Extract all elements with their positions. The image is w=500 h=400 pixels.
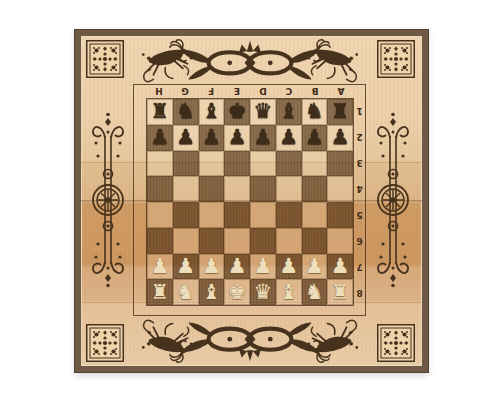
square-f1[interactable]: ♝ (199, 99, 225, 125)
bishop-light[interactable]: ♝ (202, 282, 221, 303)
square-e5[interactable] (224, 202, 250, 228)
square-e4[interactable] (224, 176, 250, 202)
square-g2[interactable]: ♟ (173, 125, 199, 151)
pawn-light[interactable]: ♟ (331, 256, 350, 277)
square-b6[interactable] (302, 228, 328, 254)
square-a1[interactable]: ♜ (327, 99, 353, 125)
pawn-dark[interactable]: ♟ (176, 127, 195, 148)
file-label: G (172, 85, 198, 97)
square-c3[interactable] (276, 151, 302, 177)
pawn-light[interactable]: ♟ (279, 256, 298, 277)
bishop-light[interactable]: ♝ (279, 282, 298, 303)
square-a3[interactable] (327, 151, 353, 177)
square-e3[interactable] (224, 151, 250, 177)
wheel-candelabra-icon (90, 112, 126, 288)
corner-rosette-icon (377, 324, 415, 362)
square-h8[interactable]: ♜ (147, 279, 173, 305)
square-g3[interactable] (173, 151, 199, 177)
pawn-dark[interactable]: ♟ (150, 127, 169, 148)
deer-scroll-band-icon (130, 38, 370, 84)
square-h4[interactable] (147, 176, 173, 202)
pawn-dark[interactable]: ♟ (202, 127, 221, 148)
square-b3[interactable] (302, 151, 328, 177)
square-h7[interactable]: ♟ (147, 254, 173, 280)
rank-label: 1 (353, 98, 366, 124)
square-g6[interactable] (173, 228, 199, 254)
pawn-dark[interactable]: ♟ (253, 127, 272, 148)
pawn-dark[interactable]: ♟ (331, 127, 350, 148)
square-b1[interactable]: ♞ (302, 99, 328, 125)
corner-rosette-icon (86, 40, 124, 78)
square-f8[interactable]: ♝ (199, 279, 225, 305)
pawn-dark[interactable]: ♟ (228, 127, 247, 148)
rank-label: 7 (353, 254, 366, 280)
corner-rosette-icon (86, 324, 124, 362)
product-photo: HGFEDCBA ♜♞♝♚♛♝♞♜♟♟♟♟♟♟♟♟♟♟♟♟♟♟♟♟♜♞♝♚♛♝♞… (0, 0, 500, 400)
square-c5[interactable] (276, 202, 302, 228)
square-c2[interactable]: ♟ (276, 125, 302, 151)
square-d5[interactable] (250, 202, 276, 228)
square-f4[interactable] (199, 176, 225, 202)
file-label: B (302, 85, 328, 97)
file-label: A (328, 85, 354, 97)
square-h2[interactable]: ♟ (147, 125, 173, 151)
queen-dark[interactable]: ♛ (253, 101, 272, 122)
file-label: C (276, 85, 302, 97)
queen-light[interactable]: ♛ (253, 282, 272, 303)
square-b2[interactable]: ♟ (302, 125, 328, 151)
square-g8[interactable]: ♞ (173, 279, 199, 305)
square-e1[interactable]: ♚ (224, 99, 250, 125)
square-c7[interactable]: ♟ (276, 254, 302, 280)
pawn-light[interactable]: ♟ (228, 256, 247, 277)
corner-rosette-icon (377, 40, 415, 78)
pawn-light[interactable]: ♟ (202, 256, 221, 277)
square-d4[interactable] (250, 176, 276, 202)
square-d2[interactable]: ♟ (250, 125, 276, 151)
pawn-light[interactable]: ♟ (150, 256, 169, 277)
rank-label: 4 (353, 176, 366, 202)
square-d7[interactable]: ♟ (250, 254, 276, 280)
wooden-board: HGFEDCBA ♜♞♝♚♛♝♞♜♟♟♟♟♟♟♟♟♟♟♟♟♟♟♟♟♜♞♝♚♛♝♞… (75, 30, 428, 372)
square-h5[interactable] (147, 202, 173, 228)
square-e8[interactable]: ♚ (224, 279, 250, 305)
square-a4[interactable] (327, 176, 353, 202)
rook-light[interactable]: ♜ (150, 282, 169, 303)
square-g5[interactable] (173, 202, 199, 228)
square-h1[interactable]: ♜ (147, 99, 173, 125)
bishop-dark[interactable]: ♝ (202, 101, 221, 122)
pawn-light[interactable]: ♟ (176, 256, 195, 277)
square-g1[interactable]: ♞ (173, 99, 199, 125)
square-a6[interactable] (327, 228, 353, 254)
square-a8[interactable]: ♜ (327, 279, 353, 305)
rook-dark[interactable]: ♜ (150, 101, 169, 122)
rank-label: 5 (353, 202, 366, 228)
square-e6[interactable] (224, 228, 250, 254)
play-panel: HGFEDCBA ♜♞♝♚♛♝♞♜♟♟♟♟♟♟♟♟♟♟♟♟♟♟♟♟♜♞♝♚♛♝♞… (133, 84, 366, 316)
rook-light[interactable]: ♜ (331, 282, 350, 303)
rank-label: 8 (353, 280, 366, 306)
square-d6[interactable] (250, 228, 276, 254)
knight-light[interactable]: ♞ (176, 282, 195, 303)
square-g7[interactable]: ♟ (173, 254, 199, 280)
pawn-dark[interactable]: ♟ (279, 127, 298, 148)
square-c4[interactable] (276, 176, 302, 202)
file-label: H (146, 85, 172, 97)
file-labels: HGFEDCBA (146, 85, 354, 97)
knight-light[interactable]: ♞ (305, 282, 324, 303)
file-label: E (224, 85, 250, 97)
square-f3[interactable] (199, 151, 225, 177)
wheel-candelabra-icon (375, 112, 411, 288)
rank-label: 2 (353, 124, 366, 150)
chess-grid: ♜♞♝♚♛♝♞♜♟♟♟♟♟♟♟♟♟♟♟♟♟♟♟♟♜♞♝♚♛♝♞♜ (146, 98, 354, 306)
square-h3[interactable] (147, 151, 173, 177)
rank-label: 6 (353, 228, 366, 254)
square-d1[interactable]: ♛ (250, 99, 276, 125)
square-b8[interactable]: ♞ (302, 279, 328, 305)
knight-dark[interactable]: ♞ (176, 101, 195, 122)
square-d8[interactable]: ♛ (250, 279, 276, 305)
pawn-light[interactable]: ♟ (253, 256, 272, 277)
rook-dark[interactable]: ♜ (331, 101, 350, 122)
square-f5[interactable] (199, 202, 225, 228)
square-a7[interactable]: ♟ (327, 254, 353, 280)
king-dark[interactable]: ♚ (228, 101, 247, 122)
square-f2[interactable]: ♟ (199, 125, 225, 151)
square-a5[interactable] (327, 202, 353, 228)
square-d3[interactable] (250, 151, 276, 177)
king-light[interactable]: ♚ (228, 282, 247, 303)
square-e2[interactable]: ♟ (224, 125, 250, 151)
file-label: D (250, 85, 276, 97)
square-f6[interactable] (199, 228, 225, 254)
square-b4[interactable] (302, 176, 328, 202)
square-f7[interactable]: ♟ (199, 254, 225, 280)
rank-label: 3 (353, 150, 366, 176)
pawn-dark[interactable]: ♟ (305, 127, 324, 148)
deer-scroll-band-icon (130, 318, 370, 364)
square-a2[interactable]: ♟ (327, 125, 353, 151)
square-c8[interactable]: ♝ (276, 279, 302, 305)
square-b7[interactable]: ♟ (302, 254, 328, 280)
square-b5[interactable] (302, 202, 328, 228)
pawn-light[interactable]: ♟ (305, 256, 324, 277)
square-h6[interactable] (147, 228, 173, 254)
bishop-dark[interactable]: ♝ (279, 101, 298, 122)
rank-labels: 12345678 (353, 98, 366, 306)
square-g4[interactable] (173, 176, 199, 202)
square-c6[interactable] (276, 228, 302, 254)
square-e7[interactable]: ♟ (224, 254, 250, 280)
file-label: F (198, 85, 224, 97)
knight-dark[interactable]: ♞ (305, 101, 324, 122)
square-c1[interactable]: ♝ (276, 99, 302, 125)
